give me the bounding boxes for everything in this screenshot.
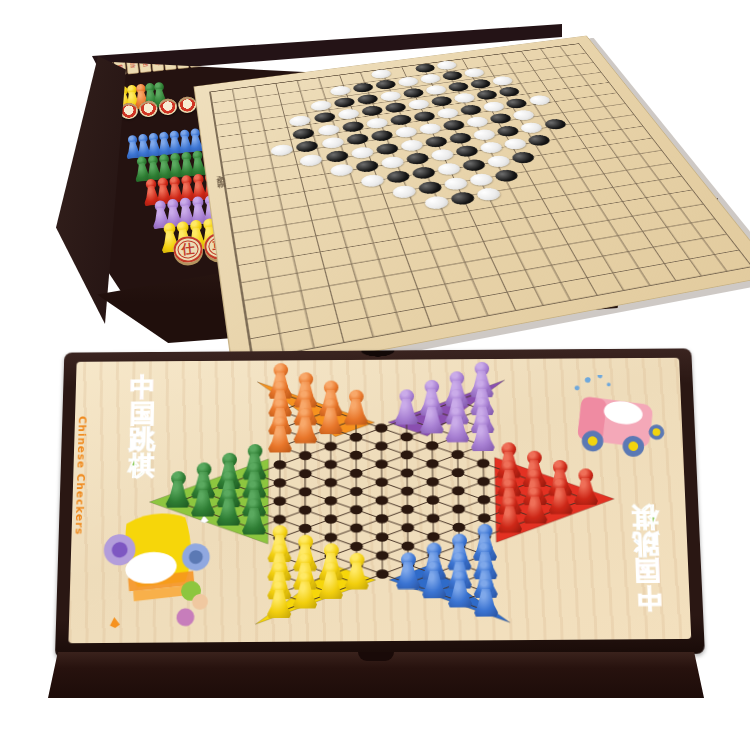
go-stone-white [391, 184, 418, 199]
go-stones-layer [195, 36, 750, 377]
go-stone-white [479, 141, 505, 155]
go-stone-black [498, 86, 522, 97]
go-stone-black [405, 152, 431, 166]
go-stone-black [510, 151, 537, 165]
checkers-peg-orange [319, 398, 342, 434]
go-stone-white [423, 195, 450, 211]
go-stone-white [299, 153, 324, 167]
go-stone-white [317, 124, 341, 137]
checkers-board-face: 中国跳棋 Chinese Checkers 中国跳棋 Chinese Check… [68, 358, 691, 643]
go-stone-white [463, 67, 486, 78]
frame-notch [353, 350, 403, 360]
checkers-pegs-layer [68, 358, 691, 643]
go-stone-white [320, 136, 344, 149]
checkers-peg-red [498, 496, 522, 533]
go-stone-white [512, 109, 537, 121]
go-stone-black [295, 140, 319, 153]
go-stone-white [465, 116, 490, 129]
checkers-peg-blue [422, 561, 446, 598]
checkers-peg-yellow [267, 581, 291, 619]
go-stone-white [419, 73, 442, 84]
checkers-peg-red [573, 468, 598, 505]
checkers-peg-yellow [345, 552, 369, 589]
checkers-peg-purple [445, 406, 469, 442]
go-stone-white [430, 148, 456, 162]
go-stone-white [519, 121, 545, 134]
go-stone-black [527, 134, 553, 147]
go-stone-white [399, 139, 424, 152]
checkers-peg-purple [395, 389, 419, 425]
checkers-peg-blue [448, 570, 472, 607]
go-stone-white [359, 173, 385, 188]
checkers-peg-green [166, 471, 190, 508]
go-stone-white [329, 163, 354, 177]
checkers-peg-red [523, 487, 548, 524]
go-stone-white [436, 107, 460, 119]
go-stone-white [329, 85, 352, 96]
go-stone-white [527, 94, 552, 106]
go-stone-black [341, 120, 365, 133]
go-stone-white [468, 172, 495, 187]
box-front-notch [358, 652, 394, 661]
go-stone-black [493, 168, 520, 183]
box-front-bottom [48, 652, 704, 698]
go-stone-white [379, 90, 402, 102]
go-stone-black [385, 170, 411, 185]
go-stone-black [469, 78, 493, 89]
checkers-peg-red [548, 478, 573, 515]
go-stone-white [309, 100, 332, 112]
go-stone-black [461, 158, 488, 172]
go-board-surface: 五子棋 围棋 [194, 36, 750, 379]
checkers-peg-purple [420, 398, 444, 434]
go-stone-black [292, 127, 316, 140]
checkers-peg-orange [294, 407, 317, 443]
checkers-peg-green [217, 489, 241, 526]
go-stone-white [289, 115, 312, 128]
go-stone-black [352, 82, 375, 93]
checkers-peg-blue [474, 579, 499, 617]
go-stone-black [542, 118, 568, 131]
go-stone-white [365, 117, 389, 130]
go-stone-white [475, 187, 503, 202]
go-stone-black [354, 159, 379, 173]
go-stone-white [424, 84, 447, 95]
go-stone-white [350, 146, 375, 160]
go-stone-white [503, 137, 529, 150]
go-stone-black [417, 180, 444, 195]
checkers-peg-orange [344, 389, 367, 425]
go-stone-black [412, 110, 436, 122]
checkers-peg-yellow [293, 571, 317, 608]
xiangqi-piece: 仕 [172, 235, 204, 264]
go-stone-white [442, 176, 469, 191]
go-stone-black [411, 166, 437, 181]
go-stone-white [436, 162, 462, 176]
go-stone-black [430, 95, 454, 107]
go-stone-black [345, 133, 369, 146]
go-stone-black [374, 79, 397, 90]
go-stone-white [270, 144, 294, 158]
go-stone-black [375, 142, 400, 156]
go-stone-black [441, 70, 464, 81]
box-left-wall [56, 56, 126, 324]
go-stone-white [380, 156, 406, 170]
go-stone-black [442, 119, 467, 132]
animal-chess-disc [158, 98, 178, 116]
go-stone-black [360, 105, 384, 117]
game-box-scene: 军师旅团营连排兵仕車馬炮將象卒 五子棋 围棋 [0, 0, 750, 345]
go-stone-black [454, 145, 480, 159]
go-stone-black [333, 96, 356, 108]
checkers-peg-blue [396, 552, 420, 589]
go-stone-black [448, 132, 473, 145]
checkers-peg-yellow [319, 562, 343, 599]
checkers-peg-green [191, 480, 215, 517]
chinese-checkers-board: 中国跳棋 Chinese Checkers 中国跳棋 Chinese Check… [55, 348, 705, 658]
checkers-peg-purple [471, 415, 495, 451]
go-stone-white [436, 60, 459, 71]
go-stone-black [402, 87, 425, 99]
go-stone-black [475, 89, 499, 101]
go-stone-white [394, 126, 419, 139]
checkers-peg-orange [268, 416, 292, 452]
go-stone-black [389, 114, 413, 126]
go-stone-white [407, 99, 431, 111]
go-stone-black [324, 150, 349, 164]
go-stone-black [370, 129, 395, 142]
go-stone-black [424, 135, 449, 148]
go-stone-black [356, 93, 379, 105]
go-stone-black [414, 63, 437, 74]
go-board: 五子棋 围棋 [194, 36, 750, 379]
go-stone-white [486, 154, 513, 168]
go-stone-black [459, 104, 484, 116]
go-stone-white [453, 92, 477, 104]
animal-chess-disc [139, 100, 159, 118]
go-stone-white [472, 128, 498, 141]
go-stone-white [418, 122, 443, 135]
go-stone-black [447, 81, 471, 92]
go-stone-black [384, 102, 408, 114]
go-stone-white [370, 68, 392, 79]
go-stone-white [337, 108, 360, 120]
go-stone-black [504, 97, 529, 109]
go-stone-white [491, 75, 515, 86]
go-stone-black [495, 125, 521, 138]
go-stone-black [313, 111, 336, 123]
go-stone-black [449, 191, 477, 207]
go-stone-black [488, 112, 513, 124]
go-stone-white [397, 76, 420, 87]
go-stone-white [482, 101, 507, 113]
checkers-peg-green [242, 498, 266, 535]
